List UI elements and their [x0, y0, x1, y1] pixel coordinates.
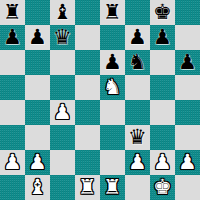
square-d3[interactable] [75, 125, 100, 150]
square-f6[interactable]: ♞ [125, 50, 150, 75]
square-a7[interactable]: ♟ [0, 25, 25, 50]
chess-board: ♜♝♜♚♟♟♛♟♟♟♞♟♞♟♛♟♟♟♟♟♝♜♜♚ [0, 0, 200, 200]
white-king: ♚ [153, 175, 172, 200]
square-e7[interactable] [100, 25, 125, 50]
square-d8[interactable] [75, 0, 100, 25]
square-g8[interactable]: ♚ [150, 0, 175, 25]
black-pawn: ♟ [3, 25, 22, 50]
square-h2[interactable]: ♟ [175, 150, 200, 175]
square-d7[interactable] [75, 25, 100, 50]
square-c4[interactable]: ♟ [50, 100, 75, 125]
black-pawn: ♟ [28, 25, 47, 50]
square-d4[interactable] [75, 100, 100, 125]
square-h7[interactable] [175, 25, 200, 50]
square-c5[interactable] [50, 75, 75, 100]
square-c1[interactable] [50, 175, 75, 200]
square-d6[interactable] [75, 50, 100, 75]
square-e4[interactable] [100, 100, 125, 125]
square-e1[interactable]: ♜ [100, 175, 125, 200]
square-h6[interactable]: ♟ [175, 50, 200, 75]
white-pawn: ♟ [28, 150, 47, 175]
square-g2[interactable]: ♟ [150, 150, 175, 175]
white-bishop: ♝ [28, 175, 47, 200]
black-bishop: ♝ [53, 0, 72, 25]
square-f5[interactable] [125, 75, 150, 100]
black-pawn: ♟ [103, 50, 122, 75]
square-c7[interactable]: ♛ [50, 25, 75, 50]
square-g3[interactable] [150, 125, 175, 150]
white-pawn: ♟ [53, 100, 72, 125]
black-knight: ♞ [128, 50, 147, 75]
square-c6[interactable] [50, 50, 75, 75]
square-a8[interactable]: ♜ [0, 0, 25, 25]
square-b1[interactable]: ♝ [25, 175, 50, 200]
square-a3[interactable] [0, 125, 25, 150]
square-g5[interactable] [150, 75, 175, 100]
square-b5[interactable] [25, 75, 50, 100]
square-h3[interactable] [175, 125, 200, 150]
black-queen: ♛ [128, 125, 147, 150]
white-pawn: ♟ [3, 150, 22, 175]
square-b2[interactable]: ♟ [25, 150, 50, 175]
square-h8[interactable] [175, 0, 200, 25]
square-g4[interactable] [150, 100, 175, 125]
square-c8[interactable]: ♝ [50, 0, 75, 25]
square-g7[interactable]: ♟ [150, 25, 175, 50]
square-e6[interactable]: ♟ [100, 50, 125, 75]
square-a4[interactable] [0, 100, 25, 125]
square-a5[interactable] [0, 75, 25, 100]
square-h5[interactable] [175, 75, 200, 100]
white-rook: ♜ [78, 175, 97, 200]
square-h1[interactable] [175, 175, 200, 200]
square-b7[interactable]: ♟ [25, 25, 50, 50]
square-e2[interactable] [100, 150, 125, 175]
black-pawn: ♟ [128, 25, 147, 50]
square-h4[interactable] [175, 100, 200, 125]
white-pawn: ♟ [128, 150, 147, 175]
square-c2[interactable] [50, 150, 75, 175]
white-pawn: ♟ [153, 150, 172, 175]
square-e5[interactable]: ♞ [100, 75, 125, 100]
square-a2[interactable]: ♟ [0, 150, 25, 175]
square-e3[interactable] [100, 125, 125, 150]
white-rook: ♜ [103, 175, 122, 200]
square-b6[interactable] [25, 50, 50, 75]
black-king: ♚ [153, 0, 172, 25]
black-pawn: ♟ [153, 25, 172, 50]
square-f1[interactable] [125, 175, 150, 200]
black-pawn: ♟ [178, 50, 197, 75]
square-f2[interactable]: ♟ [125, 150, 150, 175]
square-c3[interactable] [50, 125, 75, 150]
square-f4[interactable] [125, 100, 150, 125]
square-f3[interactable]: ♛ [125, 125, 150, 150]
square-f8[interactable] [125, 0, 150, 25]
white-knight: ♞ [103, 75, 122, 100]
black-queen: ♛ [53, 25, 72, 50]
white-pawn: ♟ [178, 150, 197, 175]
square-a6[interactable] [0, 50, 25, 75]
square-d2[interactable] [75, 150, 100, 175]
square-d5[interactable] [75, 75, 100, 100]
square-d1[interactable]: ♜ [75, 175, 100, 200]
square-g6[interactable] [150, 50, 175, 75]
square-b8[interactable] [25, 0, 50, 25]
square-e8[interactable]: ♜ [100, 0, 125, 25]
square-b4[interactable] [25, 100, 50, 125]
black-rook: ♜ [3, 0, 22, 25]
square-g1[interactable]: ♚ [150, 175, 175, 200]
square-a1[interactable] [0, 175, 25, 200]
black-rook: ♜ [103, 0, 122, 25]
square-f7[interactable]: ♟ [125, 25, 150, 50]
square-b3[interactable] [25, 125, 50, 150]
